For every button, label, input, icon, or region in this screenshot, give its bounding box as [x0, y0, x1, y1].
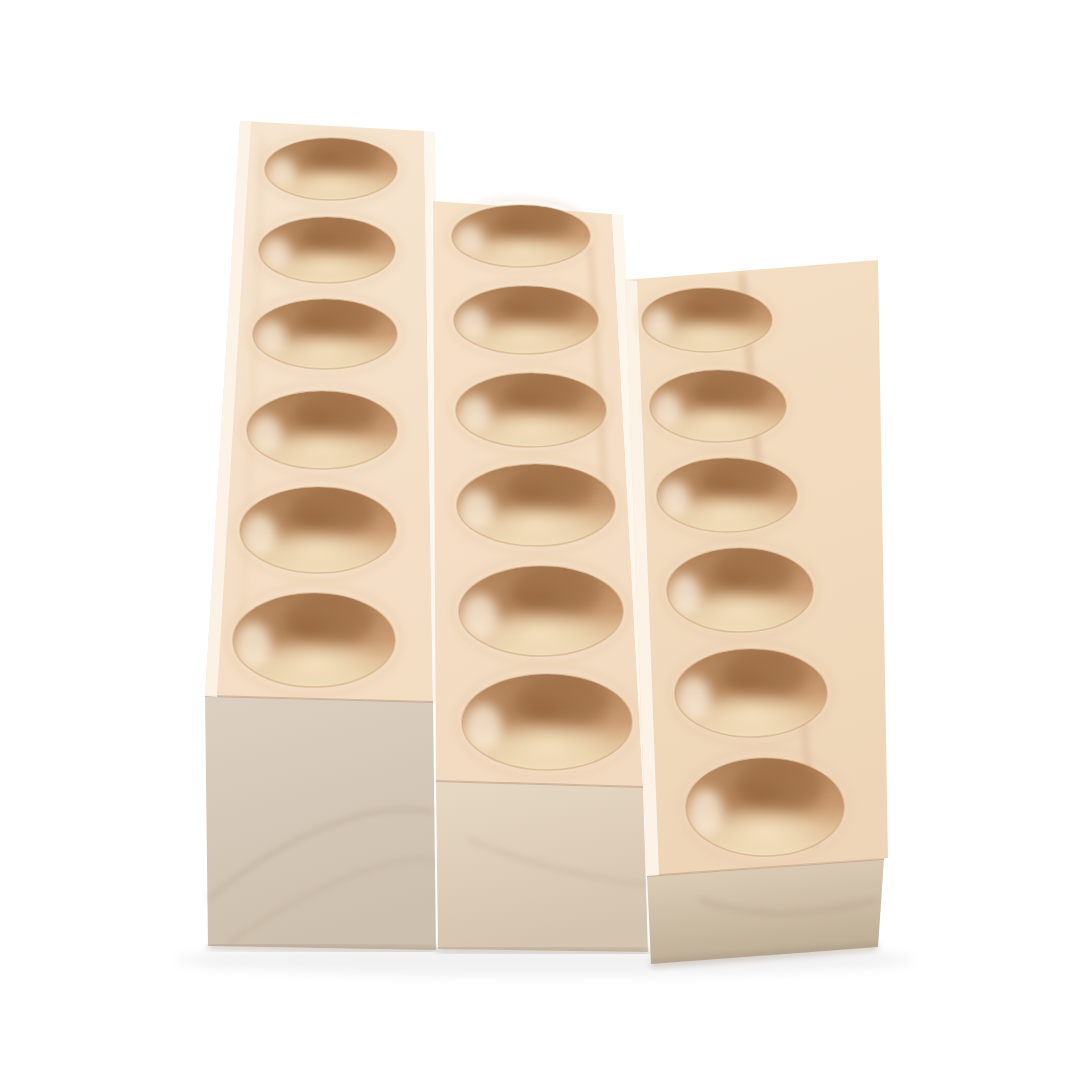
middle-tier: [433, 199, 654, 952]
middle-tier-bottom-edge-shadow: [438, 949, 648, 952]
left-tier-bottom-edge-shadow: [208, 946, 436, 950]
right-tier: [625, 260, 888, 964]
wooden-rack-illustration: [0, 0, 1080, 1080]
left-tier-front-face: [205, 696, 436, 950]
product-photo: [0, 0, 1080, 1080]
photo-canvas: [0, 0, 1080, 1080]
left-tier: [205, 121, 445, 950]
